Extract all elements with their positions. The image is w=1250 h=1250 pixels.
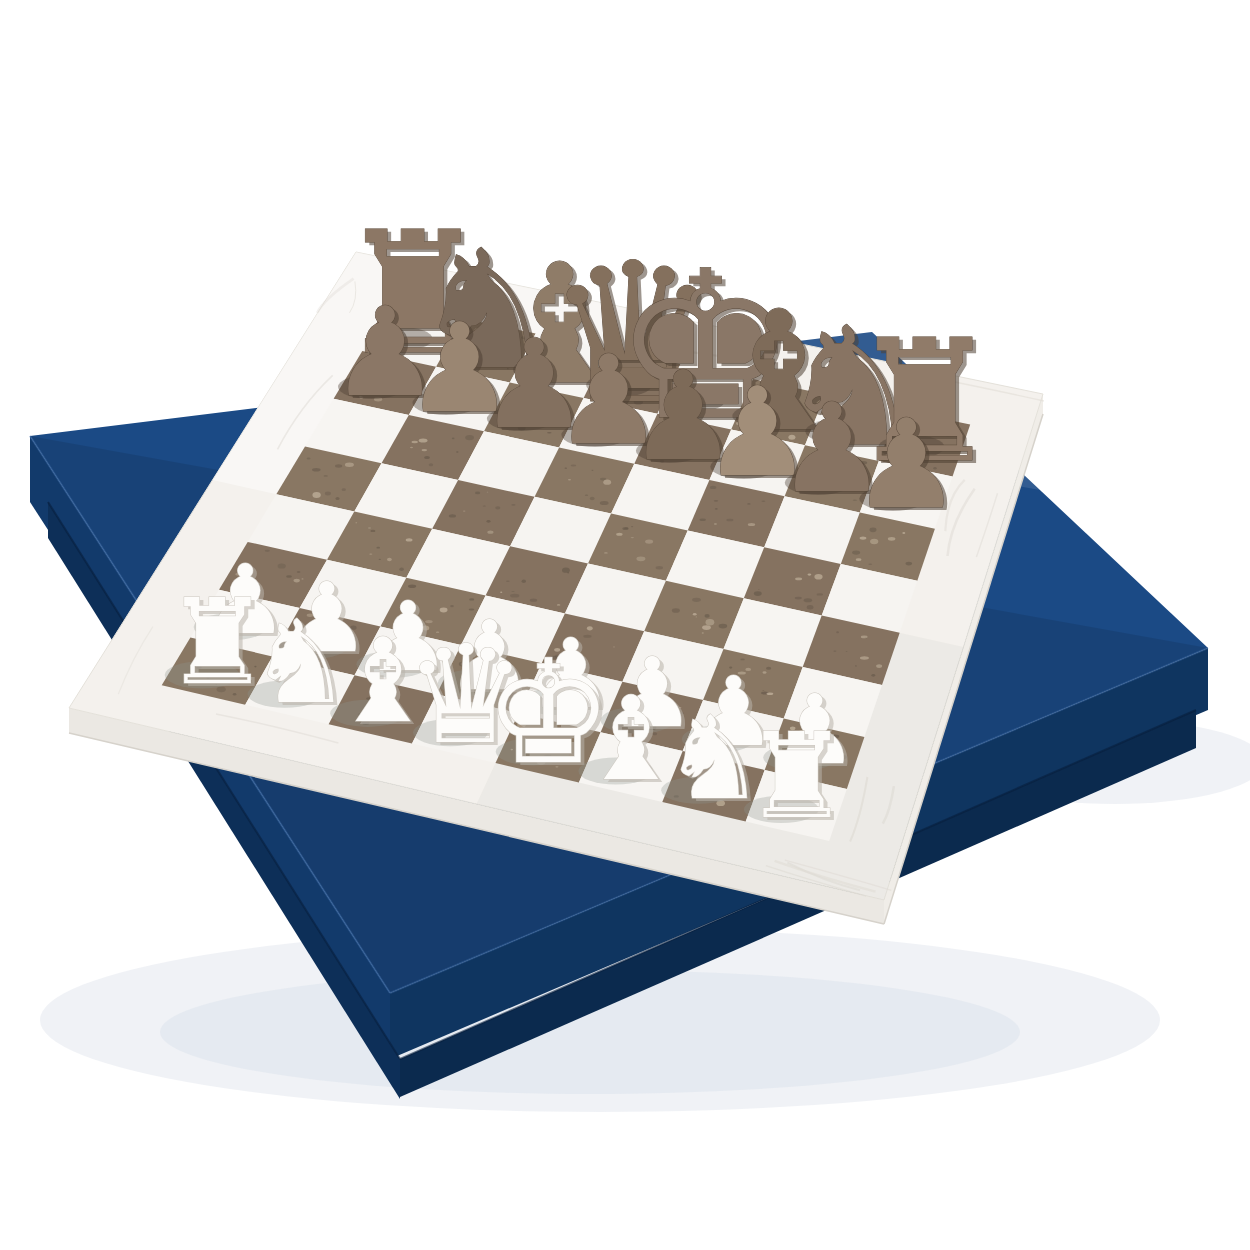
fossil-speckle (871, 674, 875, 677)
fossil-speckle (562, 568, 570, 573)
fossil-speckle (817, 593, 823, 595)
fossil-speckle (500, 591, 502, 593)
fossil-speckle (511, 504, 515, 506)
fossil-speckle (369, 553, 372, 554)
fossil-speckle (807, 605, 814, 609)
piece-white-rook-h1: ♜ (744, 707, 850, 845)
fossil-speckle (706, 619, 715, 625)
fossil-speckle (307, 457, 311, 459)
fossil-speckle (616, 533, 622, 536)
fossil-speckle (631, 537, 634, 538)
fossil-speckle (906, 562, 913, 566)
chess-set-product-photo: ♜♜♞♞♝♝♛♛♚♚♝♝♞♞♜♜♟♟♟♟♟♟♟♟♟♟♟♟♟♟♟♟♟♟♟♟♟♟♟♟… (0, 0, 1250, 1250)
fossil-speckle (846, 651, 848, 652)
fossil-speckle (429, 463, 433, 466)
fossil-speckle (656, 566, 663, 569)
fossil-speckle (456, 451, 458, 453)
fossil-speckle (312, 492, 320, 498)
fossil-speckle (604, 552, 608, 553)
fossil-speckle (475, 492, 480, 495)
fossil-speckle (868, 564, 872, 565)
fossil-speckle (852, 551, 860, 555)
fossil-speckle (387, 558, 392, 561)
fossil-speckle (355, 522, 357, 523)
fossil-speckle (600, 501, 609, 505)
fossil-speckle (424, 456, 430, 459)
fossil-speckle (336, 497, 340, 500)
fossil-speckle (342, 488, 346, 491)
fossil-speckle (702, 625, 711, 630)
fossil-speckle (795, 578, 802, 581)
fossil-speckle (399, 568, 404, 571)
fossil-speckle (748, 523, 755, 526)
fossil-speckle (870, 539, 878, 544)
fossil-speckle (758, 589, 760, 590)
fossil-speckle (376, 547, 380, 549)
fossil-speckle (754, 591, 762, 596)
fossil-speckle (861, 636, 868, 639)
fossil-speckle (693, 613, 697, 615)
fossil-speckle (696, 617, 698, 618)
fossil-speckle (487, 520, 491, 523)
fossil-speckle (700, 519, 706, 521)
fossil-speckle (463, 511, 466, 512)
fossil-speckle (692, 598, 701, 602)
fossil-speckle (836, 631, 839, 633)
fossil-speckle (856, 558, 862, 561)
fossil-speckle (410, 447, 413, 448)
fossil-speckle (814, 574, 822, 580)
fossil-speckle (833, 650, 836, 651)
fossil-speckle (808, 574, 812, 576)
fossil-speckle (449, 514, 456, 517)
fossil-speckle (522, 580, 526, 583)
fossil-speckle (719, 624, 728, 629)
fossil-speckle (795, 597, 802, 600)
fossil-speckle (335, 464, 342, 467)
fossil-speckle (804, 598, 812, 602)
fossil-speckle (345, 463, 354, 467)
fossil-speckle (702, 632, 704, 633)
fossil-speckle (324, 475, 328, 477)
fossil-speckle (422, 449, 428, 451)
scene-canvas: ♜♜♞♞♝♝♛♛♚♚♝♝♞♞♜♜♟♟♟♟♟♟♟♟♟♟♟♟♟♟♟♟♟♟♟♟♟♟♟♟… (0, 0, 1250, 1250)
fossil-speckle (636, 556, 645, 561)
fossil-speckle (705, 614, 710, 618)
fossil-speckle (511, 591, 514, 592)
fossil-speckle (368, 527, 371, 528)
fossil-speckle (726, 519, 733, 522)
fossil-speckle (495, 506, 500, 509)
fossil-speckle (603, 480, 611, 485)
fossil-speckle (325, 492, 331, 496)
fossil-speckle (406, 538, 413, 541)
fossil-speckle (483, 505, 486, 506)
fossil-speckle (312, 468, 321, 472)
fossil-speckle (645, 539, 653, 543)
fossil-speckle (557, 604, 561, 605)
fossil-speckle (631, 526, 633, 527)
fossil-speckle (622, 527, 628, 530)
fossil-speckle (487, 492, 489, 493)
fossil-speckle (855, 665, 857, 666)
fossil-speckle (585, 495, 588, 496)
fossil-speckle (370, 530, 375, 532)
fossil-speckle (860, 656, 869, 659)
fossil-speckle (876, 664, 882, 668)
fossil-speckle (506, 581, 510, 583)
fossil-speckle (487, 531, 493, 534)
fossil-speckle (714, 523, 717, 525)
fossil-speckle (568, 479, 571, 480)
fossil-speckle (715, 508, 718, 510)
piece-dark-pawn-h7: ♟ (851, 393, 961, 536)
fossil-speckle (510, 594, 519, 598)
fossil-speckle (590, 497, 595, 500)
fossil-speckle (379, 559, 381, 560)
fossil-speckle (672, 608, 680, 613)
